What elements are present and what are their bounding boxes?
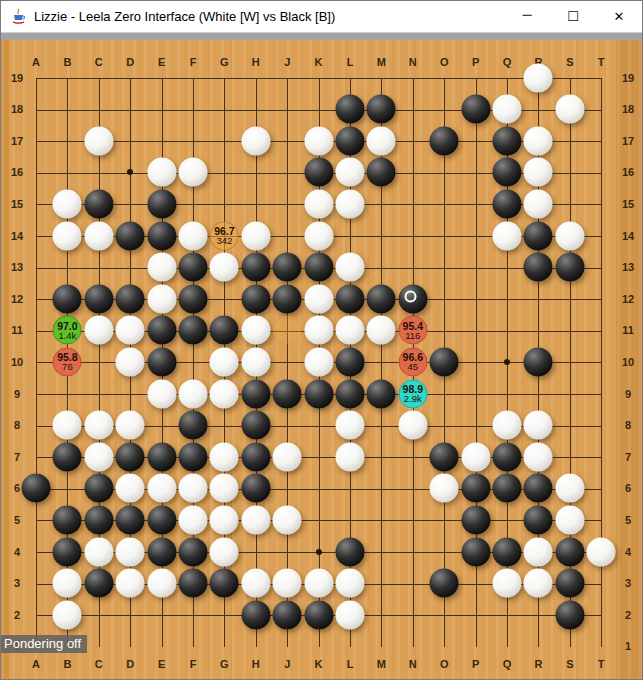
- board-row-label: 4: [5, 545, 29, 559]
- board-row-label: 10: [5, 355, 29, 369]
- board-column-label: S: [562, 657, 578, 671]
- stone-black[interactable]: [53, 537, 82, 566]
- stone-white[interactable]: [179, 474, 208, 503]
- stone-white[interactable]: [273, 505, 302, 534]
- stone-white[interactable]: [524, 442, 553, 471]
- board-column-label: E: [154, 55, 170, 69]
- stone-black[interactable]: [367, 95, 396, 124]
- stone-black[interactable]: [555, 537, 584, 566]
- stone-black[interactable]: [273, 253, 302, 282]
- board-column-label: C: [91, 55, 107, 69]
- candidate-winrate: 96.6: [403, 352, 423, 362]
- stone-black[interactable]: [273, 284, 302, 313]
- stone-white[interactable]: [524, 63, 553, 92]
- analysis-candidate[interactable]: 98.92.9k: [398, 379, 427, 408]
- stone-black[interactable]: [116, 505, 145, 534]
- board-column-label: J: [279, 657, 295, 671]
- stone-black[interactable]: [179, 253, 208, 282]
- board-column-label: P: [468, 657, 484, 671]
- board-column-label: L: [342, 55, 358, 69]
- board-column-label: S: [562, 55, 578, 69]
- stone-white[interactable]: [116, 474, 145, 503]
- stone-black[interactable]: [304, 600, 333, 629]
- board-column-label: H: [248, 55, 264, 69]
- board-row-label: 6: [616, 481, 640, 495]
- stone-white[interactable]: [53, 221, 82, 250]
- stone-black[interactable]: [273, 600, 302, 629]
- stone-white[interactable]: [555, 474, 584, 503]
- star-point: [127, 169, 133, 175]
- stone-white[interactable]: [241, 316, 270, 345]
- stone-black[interactable]: [84, 474, 113, 503]
- stone-white[interactable]: [241, 221, 270, 250]
- candidate-winrate: 95.4: [403, 320, 423, 330]
- stone-white[interactable]: [84, 537, 113, 566]
- stone-black[interactable]: [84, 505, 113, 534]
- board-row-label: 3: [616, 576, 640, 590]
- stone-white[interactable]: [367, 316, 396, 345]
- board-row-label: 12: [5, 292, 29, 306]
- board-column-label: G: [216, 657, 232, 671]
- stone-white[interactable]: [524, 158, 553, 187]
- board-row-label: 16: [616, 165, 640, 179]
- stone-white[interactable]: [304, 126, 333, 155]
- stone-white[interactable]: [241, 569, 270, 598]
- stone-black[interactable]: [493, 189, 522, 218]
- stone-black[interactable]: [336, 284, 365, 313]
- board-row-label: 5: [5, 513, 29, 527]
- stone-white[interactable]: [147, 569, 176, 598]
- stone-white[interactable]: [147, 284, 176, 313]
- stone-black[interactable]: [147, 189, 176, 218]
- stone-black[interactable]: [336, 537, 365, 566]
- stone-black[interactable]: [493, 158, 522, 187]
- stone-black[interactable]: [241, 379, 270, 408]
- stone-black[interactable]: [147, 442, 176, 471]
- board-row-label: 7: [616, 450, 640, 464]
- board-row-label: 1: [616, 639, 640, 653]
- maximize-button[interactable]: ☐: [550, 1, 596, 32]
- board-column-label: M: [373, 657, 389, 671]
- stone-white[interactable]: [304, 284, 333, 313]
- stone-white[interactable]: [336, 316, 365, 345]
- stone-white[interactable]: [210, 505, 239, 534]
- stone-white[interactable]: [493, 95, 522, 124]
- board-row-label: 19: [616, 71, 640, 85]
- board-column-label: N: [405, 657, 421, 671]
- last-move-marker: [405, 291, 417, 303]
- analysis-candidate[interactable]: 97.01.4k: [53, 316, 82, 345]
- stone-white[interactable]: [461, 442, 490, 471]
- stone-black[interactable]: [336, 379, 365, 408]
- stone-white[interactable]: [336, 189, 365, 218]
- stone-white[interactable]: [304, 316, 333, 345]
- analysis-candidate[interactable]: [273, 316, 302, 345]
- stone-white[interactable]: [241, 126, 270, 155]
- candidate-visits: 1.4k: [58, 330, 76, 340]
- board-row-label: 9: [616, 387, 640, 401]
- stone-black[interactable]: [179, 537, 208, 566]
- stone-black[interactable]: [116, 221, 145, 250]
- board-column-label: R: [530, 657, 546, 671]
- board-column-label: K: [311, 55, 327, 69]
- candidate-winrate: 97.0: [57, 320, 77, 330]
- candidate-visits: 342: [216, 236, 232, 246]
- title-bar: Lizzie - Leela Zero Interface (White [W]…: [1, 1, 642, 33]
- board-column-label: Q: [499, 55, 515, 69]
- stone-black[interactable]: [147, 505, 176, 534]
- stone-white[interactable]: [210, 347, 239, 376]
- stone-black[interactable]: [493, 442, 522, 471]
- stone-white[interactable]: [336, 411, 365, 440]
- board-row-label: 2: [616, 608, 640, 622]
- stone-white[interactable]: [84, 221, 113, 250]
- stone-white[interactable]: [116, 316, 145, 345]
- stone-black[interactable]: [524, 474, 553, 503]
- stone-black[interactable]: [367, 158, 396, 187]
- stone-white[interactable]: [304, 221, 333, 250]
- board-column-label: D: [122, 657, 138, 671]
- board-column-label: L: [342, 657, 358, 671]
- stone-black[interactable]: [147, 316, 176, 345]
- board-column-label: O: [436, 55, 452, 69]
- board-row-label: 8: [616, 418, 640, 432]
- stone-black[interactable]: [430, 569, 459, 598]
- board-row-label: 14: [5, 229, 29, 243]
- star-point: [504, 359, 510, 365]
- stone-black[interactable]: [304, 379, 333, 408]
- analysis-candidate[interactable]: 95.876: [53, 347, 82, 376]
- stone-white[interactable]: [430, 474, 459, 503]
- stone-white[interactable]: [524, 126, 553, 155]
- board-row-label: 18: [616, 102, 640, 116]
- stone-black[interactable]: [555, 253, 584, 282]
- board-column-label: B: [59, 657, 75, 671]
- stone-white[interactable]: [53, 600, 82, 629]
- stone-white[interactable]: [367, 126, 396, 155]
- stone-white[interactable]: [493, 569, 522, 598]
- stone-white[interactable]: [53, 411, 82, 440]
- stone-white[interactable]: [524, 569, 553, 598]
- board-column-label: A: [28, 55, 44, 69]
- stone-black[interactable]: [147, 221, 176, 250]
- stone-black[interactable]: [367, 379, 396, 408]
- board-row-label: 15: [5, 197, 29, 211]
- stone-white[interactable]: [179, 158, 208, 187]
- stone-black[interactable]: [84, 284, 113, 313]
- stone-white[interactable]: [524, 411, 553, 440]
- stone-white[interactable]: [147, 253, 176, 282]
- stone-black[interactable]: [461, 505, 490, 534]
- stone-white[interactable]: [147, 379, 176, 408]
- stone-black[interactable]: [22, 474, 51, 503]
- board-row-label: 13: [5, 260, 29, 274]
- stone-white[interactable]: [210, 253, 239, 282]
- candidate-visits: 116: [405, 330, 420, 340]
- board-column-label: A: [28, 657, 44, 671]
- stone-black[interactable]: [241, 442, 270, 471]
- board-column-label: M: [373, 55, 389, 69]
- stone-white[interactable]: [179, 221, 208, 250]
- board-row-label: 9: [5, 387, 29, 401]
- board-row-label: 13: [616, 260, 640, 274]
- board-row-label: 12: [616, 292, 640, 306]
- candidate-visits: 2.9k: [404, 394, 422, 404]
- board-column-label: K: [311, 657, 327, 671]
- stone-white[interactable]: [493, 221, 522, 250]
- stone-white[interactable]: [210, 474, 239, 503]
- stone-white[interactable]: [116, 347, 145, 376]
- stone-black[interactable]: [179, 411, 208, 440]
- stone-black[interactable]: [493, 126, 522, 155]
- stone-black[interactable]: [116, 442, 145, 471]
- board-column-label: T: [593, 55, 609, 69]
- stone-black[interactable]: [336, 95, 365, 124]
- board-row-label: 15: [616, 197, 640, 211]
- java-icon: [10, 8, 27, 25]
- goban[interactable]: Pondering off AABBCCDDEEFFGGHHJJKKLLMMNN…: [1, 33, 643, 680]
- stone-white[interactable]: [84, 411, 113, 440]
- stone-white[interactable]: [304, 347, 333, 376]
- analysis-candidate[interactable]: 96.7342: [210, 221, 239, 250]
- stone-black[interactable]: [461, 537, 490, 566]
- stone-white[interactable]: [336, 600, 365, 629]
- candidate-winrate: 95.8: [57, 352, 77, 362]
- stone-white[interactable]: [147, 158, 176, 187]
- stone-white[interactable]: [524, 189, 553, 218]
- window-frame-strip: [1, 33, 642, 40]
- board-row-label: 11: [616, 323, 640, 337]
- close-button[interactable]: ✕: [596, 1, 642, 32]
- board-row-label: 14: [616, 229, 640, 243]
- board-row-label: 19: [5, 71, 29, 85]
- stone-black[interactable]: [210, 569, 239, 598]
- stone-black[interactable]: [555, 569, 584, 598]
- stone-black[interactable]: [493, 537, 522, 566]
- stone-black[interactable]: [241, 600, 270, 629]
- star-point: [316, 549, 322, 555]
- candidate-visits: 45: [408, 362, 419, 372]
- stone-white[interactable]: [555, 505, 584, 534]
- board-row-label: 17: [5, 134, 29, 148]
- board-column-label: O: [436, 657, 452, 671]
- stone-white[interactable]: [210, 379, 239, 408]
- stone-white[interactable]: [555, 221, 584, 250]
- candidate-winrate: 96.7: [214, 226, 234, 236]
- stone-black[interactable]: [524, 505, 553, 534]
- stone-black[interactable]: [398, 284, 427, 313]
- stone-black[interactable]: [53, 505, 82, 534]
- stone-black[interactable]: [336, 126, 365, 155]
- board-row-label: 2: [5, 608, 29, 622]
- board-row-label: 11: [5, 323, 29, 337]
- stone-black[interactable]: [53, 442, 82, 471]
- board-column-label: G: [216, 55, 232, 69]
- stone-white[interactable]: [116, 411, 145, 440]
- window-title: Lizzie - Leela Zero Interface (White [W]…: [34, 9, 335, 24]
- stone-black[interactable]: [241, 474, 270, 503]
- candidate-winrate: 98.9: [403, 384, 423, 394]
- stone-black[interactable]: [147, 537, 176, 566]
- stone-black[interactable]: [367, 284, 396, 313]
- stone-black[interactable]: [116, 284, 145, 313]
- status-pondering: Pondering off: [1, 635, 87, 653]
- stone-white[interactable]: [210, 442, 239, 471]
- stone-white[interactable]: [493, 411, 522, 440]
- stone-black[interactable]: [304, 253, 333, 282]
- stone-white[interactable]: [116, 569, 145, 598]
- stone-white[interactable]: [179, 379, 208, 408]
- analysis-candidate[interactable]: 96.645: [398, 347, 427, 376]
- stone-black[interactable]: [493, 474, 522, 503]
- board-row-label: 10: [616, 355, 640, 369]
- stone-black[interactable]: [430, 126, 459, 155]
- board-column-label: Q: [499, 657, 515, 671]
- stone-black[interactable]: [179, 442, 208, 471]
- board-column-label: B: [59, 55, 75, 69]
- stone-white[interactable]: [304, 189, 333, 218]
- stone-white[interactable]: [336, 253, 365, 282]
- stone-white[interactable]: [84, 316, 113, 345]
- stone-black[interactable]: [524, 253, 553, 282]
- stone-black[interactable]: [524, 221, 553, 250]
- stone-black[interactable]: [430, 442, 459, 471]
- stone-black[interactable]: [179, 569, 208, 598]
- stone-white[interactable]: [210, 537, 239, 566]
- board-row-label: 17: [616, 134, 640, 148]
- stone-black[interactable]: [555, 600, 584, 629]
- board-column-label: D: [122, 55, 138, 69]
- stone-black[interactable]: [461, 474, 490, 503]
- stone-white[interactable]: [179, 505, 208, 534]
- stone-black[interactable]: [430, 347, 459, 376]
- board-row-label: 3: [5, 576, 29, 590]
- board-row-label: 4: [616, 545, 640, 559]
- board-row-label: 16: [5, 165, 29, 179]
- board-column-label: N: [405, 55, 421, 69]
- stone-black[interactable]: [241, 253, 270, 282]
- board-column-label: T: [593, 657, 609, 671]
- stone-black[interactable]: [524, 347, 553, 376]
- board-column-label: P: [468, 55, 484, 69]
- stone-white[interactable]: [587, 537, 616, 566]
- stone-white[interactable]: [336, 442, 365, 471]
- stone-white[interactable]: [241, 347, 270, 376]
- candidate-visits: 76: [62, 362, 73, 372]
- board-column-label: F: [185, 55, 201, 69]
- stone-white[interactable]: [84, 126, 113, 155]
- stone-black[interactable]: [461, 95, 490, 124]
- board-row-label: 7: [5, 450, 29, 464]
- stone-black[interactable]: [84, 569, 113, 598]
- stone-black[interactable]: [241, 411, 270, 440]
- stone-white[interactable]: [555, 95, 584, 124]
- stone-black[interactable]: [53, 284, 82, 313]
- stone-white[interactable]: [53, 569, 82, 598]
- stone-white[interactable]: [273, 569, 302, 598]
- board-row-label: 8: [5, 418, 29, 432]
- stone-black[interactable]: [304, 158, 333, 187]
- stone-black[interactable]: [84, 189, 113, 218]
- stone-black[interactable]: [336, 347, 365, 376]
- stone-white[interactable]: [398, 411, 427, 440]
- board-column-label: F: [185, 657, 201, 671]
- stone-white[interactable]: [116, 537, 145, 566]
- board-row-label: 18: [5, 102, 29, 116]
- stone-white[interactable]: [336, 569, 365, 598]
- stone-black[interactable]: [210, 316, 239, 345]
- board-column-label: H: [248, 657, 264, 671]
- board-column-label: C: [91, 657, 107, 671]
- board-row-label: 5: [616, 513, 640, 527]
- stone-white[interactable]: [524, 537, 553, 566]
- lizzie-window: Lizzie - Leela Zero Interface (White [W]…: [0, 0, 643, 680]
- stone-white[interactable]: [147, 474, 176, 503]
- stone-black[interactable]: [241, 284, 270, 313]
- minimize-button[interactable]: ─: [504, 1, 550, 32]
- stone-black[interactable]: [273, 379, 302, 408]
- board-column-label: J: [279, 55, 295, 69]
- stone-white[interactable]: [273, 442, 302, 471]
- stone-black[interactable]: [179, 284, 208, 313]
- analysis-candidate[interactable]: 95.4116: [398, 316, 427, 345]
- board-column-label: E: [154, 657, 170, 671]
- stone-white[interactable]: [336, 158, 365, 187]
- stone-white[interactable]: [304, 569, 333, 598]
- stone-white[interactable]: [84, 442, 113, 471]
- stone-black[interactable]: [179, 316, 208, 345]
- window-controls: ─ ☐ ✕: [504, 1, 642, 32]
- stone-white[interactable]: [53, 189, 82, 218]
- stone-black[interactable]: [147, 347, 176, 376]
- stone-white[interactable]: [241, 505, 270, 534]
